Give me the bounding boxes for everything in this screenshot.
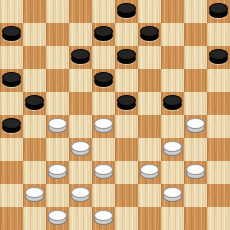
white-man[interactable] — [186, 164, 205, 179]
white-man[interactable] — [48, 210, 67, 225]
light-square — [23, 69, 46, 92]
square-3[interactable] — [115, 0, 138, 23]
white-man[interactable] — [163, 187, 182, 202]
square-35[interactable] — [207, 138, 230, 161]
square-18[interactable] — [92, 69, 115, 92]
square-7[interactable] — [46, 23, 69, 46]
light-square — [46, 184, 69, 207]
light-square — [161, 207, 184, 230]
light-square — [138, 0, 161, 23]
light-square — [207, 23, 230, 46]
light-square — [92, 46, 115, 69]
light-square — [92, 0, 115, 23]
black-man[interactable] — [2, 72, 21, 87]
light-square — [161, 23, 184, 46]
white-man[interactable] — [48, 164, 67, 179]
light-square — [115, 69, 138, 92]
piece-face — [2, 118, 21, 129]
light-square — [115, 115, 138, 138]
square-42[interactable] — [69, 184, 92, 207]
square-50[interactable] — [184, 207, 207, 230]
light-square — [138, 138, 161, 161]
light-square — [69, 23, 92, 46]
square-28[interactable] — [92, 115, 115, 138]
square-19[interactable] — [138, 69, 161, 92]
square-9[interactable] — [138, 23, 161, 46]
piece-face — [71, 187, 90, 198]
square-20[interactable] — [184, 69, 207, 92]
piece-face — [186, 118, 205, 129]
light-square — [207, 161, 230, 184]
light-square — [0, 138, 23, 161]
piece-face — [209, 3, 228, 14]
square-33[interactable] — [115, 138, 138, 161]
piece-face — [94, 26, 113, 37]
piece-face — [163, 187, 182, 198]
square-25[interactable] — [207, 92, 230, 115]
square-10[interactable] — [184, 23, 207, 46]
square-13[interactable] — [115, 46, 138, 69]
square-49[interactable] — [138, 207, 161, 230]
light-square — [161, 115, 184, 138]
light-square — [161, 69, 184, 92]
square-39[interactable] — [138, 161, 161, 184]
light-square — [92, 184, 115, 207]
square-41[interactable] — [23, 184, 46, 207]
light-square — [184, 0, 207, 23]
light-square — [207, 115, 230, 138]
square-11[interactable] — [23, 46, 46, 69]
piece-face — [94, 72, 113, 83]
light-square — [0, 46, 23, 69]
light-square — [184, 184, 207, 207]
black-man[interactable] — [163, 95, 182, 110]
light-square — [184, 138, 207, 161]
light-square — [0, 184, 23, 207]
piece-face — [94, 164, 113, 175]
square-4[interactable] — [161, 0, 184, 23]
square-43[interactable] — [115, 184, 138, 207]
light-square — [0, 92, 23, 115]
square-15[interactable] — [207, 46, 230, 69]
white-man[interactable] — [163, 141, 182, 156]
light-square — [23, 23, 46, 46]
square-23[interactable] — [115, 92, 138, 115]
piece-face — [163, 95, 182, 106]
black-man[interactable] — [25, 95, 44, 110]
light-square — [115, 161, 138, 184]
light-square — [184, 46, 207, 69]
light-square — [23, 115, 46, 138]
white-man[interactable] — [94, 164, 113, 179]
light-square — [207, 69, 230, 92]
white-man[interactable] — [94, 118, 113, 133]
light-square — [184, 92, 207, 115]
piece-face — [163, 141, 182, 152]
square-21[interactable] — [23, 92, 46, 115]
light-square — [23, 161, 46, 184]
light-square — [138, 46, 161, 69]
square-48[interactable] — [92, 207, 115, 230]
square-38[interactable] — [92, 161, 115, 184]
white-man[interactable] — [71, 141, 90, 156]
light-square — [69, 207, 92, 230]
square-32[interactable] — [69, 138, 92, 161]
light-square — [115, 23, 138, 46]
square-46[interactable] — [0, 207, 23, 230]
piece-face — [2, 72, 21, 83]
piece-face — [117, 49, 136, 60]
light-square — [23, 207, 46, 230]
piece-face — [48, 210, 67, 221]
square-40[interactable] — [184, 161, 207, 184]
light-square — [46, 0, 69, 23]
black-man[interactable] — [2, 118, 21, 133]
square-37[interactable] — [46, 161, 69, 184]
piece-face — [140, 26, 159, 37]
square-44[interactable] — [161, 184, 184, 207]
square-47[interactable] — [46, 207, 69, 230]
light-square — [138, 184, 161, 207]
piece-face — [140, 164, 159, 175]
light-square — [69, 115, 92, 138]
white-man[interactable] — [48, 118, 67, 133]
piece-face — [186, 164, 205, 175]
light-square — [46, 138, 69, 161]
square-36[interactable] — [0, 161, 23, 184]
black-man[interactable] — [140, 26, 159, 41]
piece-face — [25, 187, 44, 198]
piece-face — [2, 26, 21, 37]
light-square — [0, 0, 23, 23]
square-14[interactable] — [161, 46, 184, 69]
black-man[interactable] — [2, 26, 21, 41]
white-man[interactable] — [25, 187, 44, 202]
black-man[interactable] — [71, 49, 90, 64]
light-square — [92, 138, 115, 161]
piece-face — [71, 141, 90, 152]
square-8[interactable] — [92, 23, 115, 46]
black-man[interactable] — [94, 72, 113, 87]
light-square — [207, 207, 230, 230]
piece-face — [48, 164, 67, 175]
light-square — [161, 161, 184, 184]
piece-face — [48, 118, 67, 129]
light-square — [46, 46, 69, 69]
black-man[interactable] — [117, 3, 136, 18]
square-12[interactable] — [69, 46, 92, 69]
square-26[interactable] — [0, 115, 23, 138]
white-man[interactable] — [71, 187, 90, 202]
black-man[interactable] — [209, 49, 228, 64]
white-man[interactable] — [94, 210, 113, 225]
light-square — [115, 207, 138, 230]
square-16[interactable] — [0, 69, 23, 92]
square-24[interactable] — [161, 92, 184, 115]
piece-face — [71, 49, 90, 60]
piece-face — [94, 210, 113, 221]
black-man[interactable] — [94, 26, 113, 41]
piece-face — [25, 95, 44, 106]
draughts-board — [0, 0, 230, 230]
white-man[interactable] — [186, 118, 205, 133]
piece-face — [94, 118, 113, 129]
light-square — [46, 92, 69, 115]
square-31[interactable] — [23, 138, 46, 161]
square-5[interactable] — [207, 0, 230, 23]
square-1[interactable] — [23, 0, 46, 23]
square-30[interactable] — [184, 115, 207, 138]
square-6[interactable] — [0, 23, 23, 46]
light-square — [138, 92, 161, 115]
white-man[interactable] — [140, 164, 159, 179]
light-square — [69, 69, 92, 92]
square-29[interactable] — [138, 115, 161, 138]
light-square — [92, 92, 115, 115]
black-man[interactable] — [117, 95, 136, 110]
black-man[interactable] — [117, 49, 136, 64]
piece-face — [117, 95, 136, 106]
square-2[interactable] — [69, 0, 92, 23]
piece-face — [117, 3, 136, 14]
light-square — [69, 161, 92, 184]
black-man[interactable] — [209, 3, 228, 18]
square-17[interactable] — [46, 69, 69, 92]
square-27[interactable] — [46, 115, 69, 138]
square-34[interactable] — [161, 138, 184, 161]
square-45[interactable] — [207, 184, 230, 207]
square-22[interactable] — [69, 92, 92, 115]
piece-face — [209, 49, 228, 60]
